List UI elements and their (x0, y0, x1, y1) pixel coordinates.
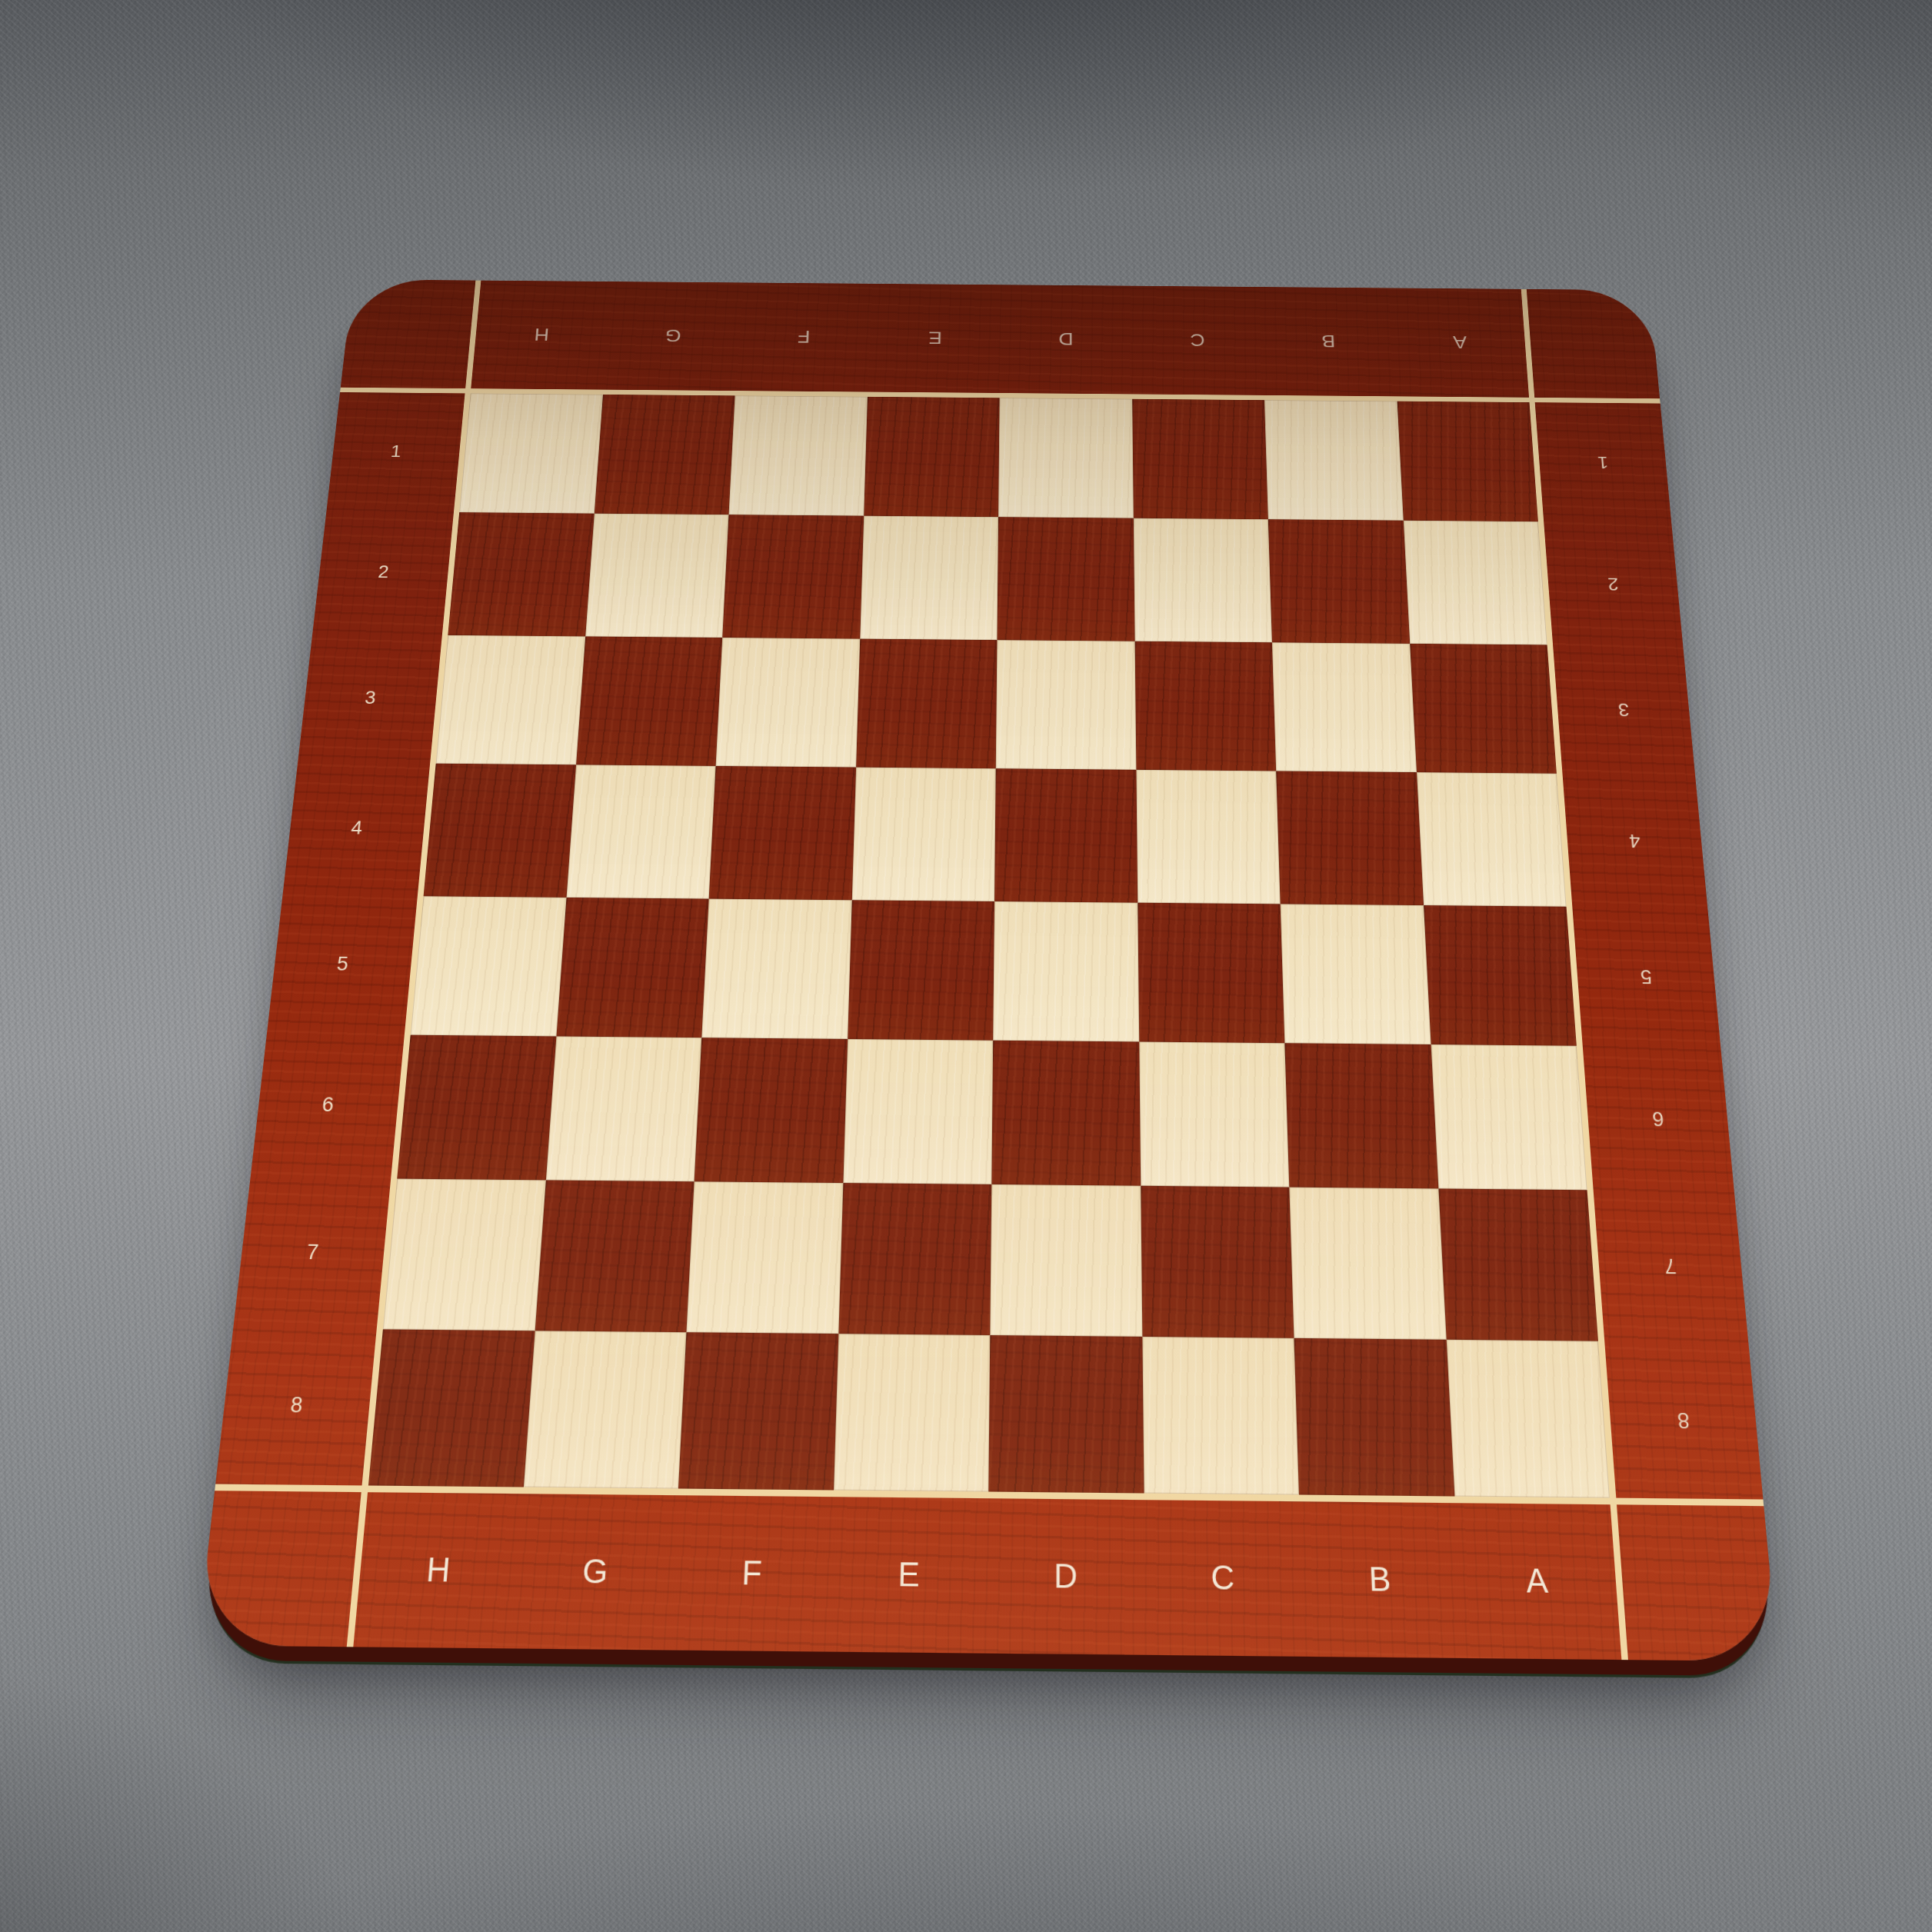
file-label-bottom-c: C (1144, 1500, 1304, 1657)
file-labels-bottom: HGFEDCBA (353, 1492, 1621, 1660)
square-d2 (997, 517, 1134, 641)
square-h8 (368, 1329, 535, 1487)
chessboard: HGFEDCBA HGFEDCBA 12345678 12345678 (256, 163, 1733, 1640)
rank-label-right-5: 5 (1572, 907, 1720, 1047)
square-h1 (459, 393, 602, 513)
rank-label-left-7: 7 (233, 1178, 391, 1329)
square-e6 (843, 1038, 993, 1184)
square-b6 (1284, 1043, 1438, 1189)
square-b3 (1272, 642, 1417, 771)
square-g5 (556, 898, 709, 1038)
square-g6 (545, 1036, 701, 1181)
square-f8 (678, 1332, 838, 1491)
square-b2 (1268, 519, 1410, 644)
file-label-bottom-g: G (511, 1494, 678, 1650)
rank-label-left-4: 4 (283, 762, 431, 897)
square-e1 (864, 397, 1000, 517)
square-d7 (990, 1184, 1142, 1337)
rank-label-left-3: 3 (298, 634, 442, 763)
rank-label-right-1: 1 (1535, 402, 1672, 522)
rank-label-left-2: 2 (312, 511, 454, 635)
square-h5 (411, 896, 566, 1036)
square-a5 (1424, 905, 1577, 1045)
square-b8 (1294, 1337, 1454, 1496)
square-g1 (594, 395, 734, 515)
rank-label-left-6: 6 (251, 1033, 405, 1178)
file-label-top-f: F (735, 282, 871, 391)
square-e8 (834, 1334, 991, 1492)
rank-label-right-6: 6 (1583, 1045, 1734, 1191)
square-e2 (860, 515, 998, 640)
square-g2 (585, 513, 729, 638)
square-d5 (993, 901, 1139, 1041)
square-f3 (716, 638, 860, 767)
file-label-top-h: H (471, 281, 611, 390)
rank-label-left-1: 1 (326, 392, 465, 512)
file-label-bottom-h: H (353, 1492, 522, 1648)
square-a7 (1438, 1188, 1598, 1341)
square-f7 (686, 1181, 842, 1333)
square-g8 (523, 1331, 686, 1489)
square-h3 (436, 635, 585, 764)
square-g3 (576, 636, 723, 765)
file-label-top-c: C (1131, 286, 1264, 395)
file-labels-top: HGFEDCBA (471, 281, 1529, 398)
rank-label-left-8: 8 (215, 1327, 377, 1485)
square-c8 (1142, 1336, 1299, 1494)
chessboard-top-surface: HGFEDCBA HGFEDCBA 12345678 12345678 (197, 279, 1778, 1661)
file-label-bottom-d: D (987, 1498, 1145, 1655)
file-label-top-a: A (1391, 288, 1529, 397)
square-a6 (1431, 1044, 1587, 1191)
file-label-top-e: E (868, 284, 1001, 393)
square-c3 (1134, 641, 1276, 771)
square-a1 (1397, 401, 1538, 521)
square-b7 (1289, 1188, 1446, 1340)
square-h7 (383, 1179, 545, 1331)
square-e4 (851, 767, 995, 901)
square-b1 (1264, 400, 1403, 520)
square-d6 (991, 1040, 1140, 1186)
rank-label-right-7: 7 (1594, 1190, 1749, 1342)
square-d3 (996, 640, 1136, 769)
rank-label-right-4: 4 (1562, 773, 1707, 908)
square-a4 (1416, 772, 1566, 907)
square-f1 (729, 395, 868, 515)
rank-label-right-3: 3 (1553, 645, 1695, 774)
square-f6 (695, 1038, 848, 1183)
square-c5 (1138, 903, 1285, 1043)
rank-label-left-5: 5 (267, 895, 418, 1035)
square-b5 (1281, 904, 1431, 1044)
square-h2 (448, 512, 594, 637)
file-label-top-b: B (1261, 287, 1397, 396)
file-label-top-g: G (603, 281, 741, 391)
square-b4 (1276, 771, 1423, 905)
square-e7 (838, 1183, 991, 1334)
square-c4 (1136, 769, 1281, 904)
playing-field (368, 393, 1610, 1497)
square-h6 (397, 1034, 556, 1180)
square-c6 (1139, 1041, 1290, 1188)
square-d8 (988, 1335, 1144, 1494)
square-e5 (848, 900, 994, 1040)
square-c1 (1132, 399, 1268, 519)
square-a8 (1446, 1339, 1610, 1497)
square-d4 (994, 768, 1138, 903)
square-g4 (566, 764, 716, 899)
square-g7 (535, 1180, 694, 1331)
square-d1 (998, 398, 1133, 518)
file-label-bottom-f: F (670, 1495, 833, 1651)
square-a3 (1410, 644, 1557, 773)
square-c2 (1133, 518, 1271, 642)
file-label-top-d: D (1000, 285, 1132, 394)
square-c7 (1141, 1186, 1294, 1338)
rank-label-right-8: 8 (1604, 1341, 1763, 1499)
file-label-bottom-e: E (828, 1497, 988, 1654)
square-h4 (424, 763, 576, 898)
square-f4 (709, 766, 856, 901)
square-e3 (856, 639, 998, 768)
file-label-bottom-b: B (1299, 1501, 1463, 1658)
square-f2 (722, 515, 864, 639)
square-f5 (701, 899, 851, 1039)
square-a2 (1403, 520, 1547, 645)
file-label-bottom-a: A (1454, 1503, 1621, 1660)
photo-scene: HGFEDCBA HGFEDCBA 12345678 12345678 (0, 0, 1932, 1932)
rank-label-right-2: 2 (1544, 521, 1683, 646)
